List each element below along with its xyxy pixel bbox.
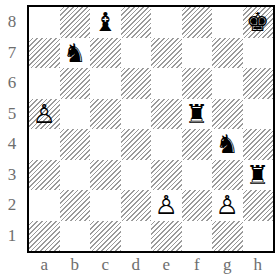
square-c5[interactable]: [90, 99, 121, 130]
square-f1[interactable]: [182, 221, 213, 252]
square-e8[interactable]: [151, 7, 182, 38]
file-label-b: b: [60, 252, 91, 278]
square-c6[interactable]: [90, 68, 121, 99]
square-e3[interactable]: [151, 160, 182, 191]
rank-label-5: 5: [0, 99, 24, 130]
square-e2[interactable]: ♙: [151, 190, 182, 221]
square-a3[interactable]: [29, 160, 60, 191]
square-e1[interactable]: [151, 221, 182, 252]
square-c4[interactable]: [90, 129, 121, 160]
chess-board: ♝♚♞♙♜♞♜♙♙: [27, 5, 275, 253]
square-b6[interactable]: [60, 68, 91, 99]
square-a1[interactable]: [29, 221, 60, 252]
square-e4[interactable]: [151, 129, 182, 160]
square-f7[interactable]: [182, 38, 213, 69]
square-h3[interactable]: ♜: [243, 160, 274, 191]
file-label-f: f: [182, 252, 213, 278]
square-e5[interactable]: [151, 99, 182, 130]
piece-black-bishop[interactable]: ♝: [90, 7, 121, 38]
piece-black-king[interactable]: ♚: [243, 7, 274, 38]
piece-black-rook[interactable]: ♜: [182, 99, 213, 130]
square-c8[interactable]: ♝: [90, 7, 121, 38]
square-h5[interactable]: [243, 99, 274, 130]
square-a8[interactable]: [29, 7, 60, 38]
piece-black-knight[interactable]: ♞: [60, 38, 91, 69]
square-f4[interactable]: [182, 129, 213, 160]
square-d3[interactable]: [121, 160, 152, 191]
square-h4[interactable]: [243, 129, 274, 160]
square-g4[interactable]: ♞: [212, 129, 243, 160]
square-h2[interactable]: [243, 190, 274, 221]
square-b1[interactable]: [60, 221, 91, 252]
square-b3[interactable]: [60, 160, 91, 191]
square-c2[interactable]: [90, 190, 121, 221]
square-d5[interactable]: [121, 99, 152, 130]
square-b4[interactable]: [60, 129, 91, 160]
square-f5[interactable]: ♜: [182, 99, 213, 130]
square-g1[interactable]: [212, 221, 243, 252]
chess-diagram: 87654321 ♝♚♞♙♜♞♜♙♙ abcdefgh: [0, 0, 279, 279]
square-d7[interactable]: [121, 38, 152, 69]
square-h7[interactable]: [243, 38, 274, 69]
square-e7[interactable]: [151, 38, 182, 69]
file-label-d: d: [121, 252, 152, 278]
rank-label-6: 6: [0, 68, 24, 99]
square-d8[interactable]: [121, 7, 152, 38]
square-g6[interactable]: [212, 68, 243, 99]
rank-label-2: 2: [0, 190, 24, 221]
square-c1[interactable]: [90, 221, 121, 252]
piece-white-pawn[interactable]: ♙: [212, 190, 243, 221]
square-a2[interactable]: [29, 190, 60, 221]
square-d6[interactable]: [121, 68, 152, 99]
rank-label-4: 4: [0, 129, 24, 160]
square-b2[interactable]: [60, 190, 91, 221]
file-label-a: a: [29, 252, 60, 278]
square-h6[interactable]: [243, 68, 274, 99]
square-a7[interactable]: [29, 38, 60, 69]
square-g2[interactable]: ♙: [212, 190, 243, 221]
square-h1[interactable]: [243, 221, 274, 252]
square-a4[interactable]: [29, 129, 60, 160]
square-a6[interactable]: [29, 68, 60, 99]
file-label-g: g: [212, 252, 243, 278]
square-d2[interactable]: [121, 190, 152, 221]
square-f2[interactable]: [182, 190, 213, 221]
piece-white-pawn[interactable]: ♙: [151, 190, 182, 221]
square-c7[interactable]: [90, 38, 121, 69]
square-f8[interactable]: [182, 7, 213, 38]
square-b7[interactable]: ♞: [60, 38, 91, 69]
file-label-h: h: [243, 252, 274, 278]
rank-label-3: 3: [0, 160, 24, 191]
square-h8[interactable]: ♚: [243, 7, 274, 38]
rank-label-8: 8: [0, 7, 24, 38]
square-g7[interactable]: [212, 38, 243, 69]
square-g5[interactable]: [212, 99, 243, 130]
square-g8[interactable]: [212, 7, 243, 38]
square-d4[interactable]: [121, 129, 152, 160]
square-c3[interactable]: [90, 160, 121, 191]
file-label-e: e: [151, 252, 182, 278]
rank-labels: 87654321: [0, 7, 24, 251]
square-g3[interactable]: [212, 160, 243, 191]
square-b5[interactable]: [60, 99, 91, 130]
square-f3[interactable]: [182, 160, 213, 191]
piece-black-knight[interactable]: ♞: [212, 129, 243, 160]
rank-label-1: 1: [0, 221, 24, 252]
square-d1[interactable]: [121, 221, 152, 252]
file-label-c: c: [90, 252, 121, 278]
rank-label-7: 7: [0, 38, 24, 69]
square-b8[interactable]: [60, 7, 91, 38]
piece-white-pawn[interactable]: ♙: [29, 99, 60, 130]
piece-black-rook[interactable]: ♜: [243, 160, 274, 191]
square-e6[interactable]: [151, 68, 182, 99]
file-labels: abcdefgh: [29, 252, 273, 278]
square-f6[interactable]: [182, 68, 213, 99]
square-a5[interactable]: ♙: [29, 99, 60, 130]
